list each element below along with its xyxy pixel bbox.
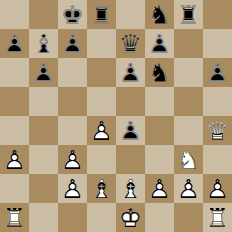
square-b2[interactable] [29, 174, 58, 203]
white-rook[interactable]: ♜♖ [203, 203, 232, 232]
white-pawn[interactable]: ♟♙ [87, 116, 116, 145]
square-d6[interactable] [87, 58, 116, 87]
square-b5[interactable] [29, 87, 58, 116]
square-g7[interactable] [174, 29, 203, 58]
bishop-outline-glyph: ♗ [29, 29, 58, 58]
pawn-outline-glyph: ♙ [145, 29, 174, 58]
white-knight[interactable]: ♞♘ [174, 145, 203, 174]
square-d1[interactable] [87, 203, 116, 232]
pawn-outline-glyph: ♙ [0, 145, 29, 174]
black-pawn[interactable]: ♟♙ [116, 116, 145, 145]
white-queen[interactable]: ♛♕ [203, 116, 232, 145]
white-pawn[interactable]: ♟♙ [58, 174, 87, 203]
square-b7[interactable]: ♝♗ [29, 29, 58, 58]
pawn-outline-glyph: ♙ [174, 174, 203, 203]
square-a2[interactable] [0, 174, 29, 203]
square-e3[interactable] [116, 145, 145, 174]
king-outline-glyph: ♔ [116, 203, 145, 232]
square-a3[interactable]: ♟♙ [0, 145, 29, 174]
black-bishop[interactable]: ♝♗ [29, 29, 58, 58]
square-a7[interactable]: ♟♙ [0, 29, 29, 58]
square-e7[interactable]: ♛♕ [116, 29, 145, 58]
knight-outline-glyph: ♘ [145, 0, 174, 29]
black-rook[interactable]: ♜♖ [174, 0, 203, 29]
square-h7[interactable] [203, 29, 232, 58]
square-e4[interactable]: ♟♙ [116, 116, 145, 145]
rook-outline-glyph: ♖ [203, 203, 232, 232]
queen-outline-glyph: ♕ [116, 29, 145, 58]
square-d3[interactable] [87, 145, 116, 174]
square-c3[interactable]: ♟♙ [58, 145, 87, 174]
square-e2[interactable]: ♝♗ [116, 174, 145, 203]
square-d4[interactable]: ♟♙ [87, 116, 116, 145]
square-b3[interactable] [29, 145, 58, 174]
bishop-outline-glyph: ♗ [87, 174, 116, 203]
white-pawn[interactable]: ♟♙ [145, 174, 174, 203]
square-d8[interactable]: ♜♖ [87, 0, 116, 29]
square-c1[interactable] [58, 203, 87, 232]
square-c8[interactable]: ♚♔ [58, 0, 87, 29]
pawn-outline-glyph: ♙ [116, 116, 145, 145]
square-f2[interactable]: ♟♙ [145, 174, 174, 203]
square-g5[interactable] [174, 87, 203, 116]
black-king[interactable]: ♚♔ [58, 0, 87, 29]
white-bishop[interactable]: ♝♗ [87, 174, 116, 203]
square-g6[interactable] [174, 58, 203, 87]
square-e6[interactable]: ♟♙ [116, 58, 145, 87]
pawn-outline-glyph: ♙ [58, 174, 87, 203]
pawn-outline-glyph: ♙ [58, 29, 87, 58]
square-f4[interactable] [145, 116, 174, 145]
rook-outline-glyph: ♖ [174, 0, 203, 29]
square-c7[interactable]: ♟♙ [58, 29, 87, 58]
pawn-outline-glyph: ♙ [0, 29, 29, 58]
square-d2[interactable]: ♝♗ [87, 174, 116, 203]
square-e1[interactable]: ♚♔ [116, 203, 145, 232]
square-c6[interactable] [58, 58, 87, 87]
pawn-outline-glyph: ♙ [203, 174, 232, 203]
black-knight[interactable]: ♞♘ [145, 58, 174, 87]
square-f3[interactable] [145, 145, 174, 174]
black-pawn[interactable]: ♟♙ [203, 58, 232, 87]
square-g1[interactable] [174, 203, 203, 232]
square-c4[interactable] [58, 116, 87, 145]
white-king[interactable]: ♚♔ [116, 203, 145, 232]
square-b1[interactable] [29, 203, 58, 232]
square-b8[interactable] [29, 0, 58, 29]
pawn-outline-glyph: ♙ [58, 145, 87, 174]
black-pawn[interactable]: ♟♙ [0, 29, 29, 58]
square-h6[interactable]: ♟♙ [203, 58, 232, 87]
square-g4[interactable] [174, 116, 203, 145]
square-g8[interactable]: ♜♖ [174, 0, 203, 29]
black-pawn[interactable]: ♟♙ [29, 58, 58, 87]
black-pawn[interactable]: ♟♙ [145, 29, 174, 58]
black-pawn[interactable]: ♟♙ [58, 29, 87, 58]
queen-outline-glyph: ♕ [203, 116, 232, 145]
white-bishop[interactable]: ♝♗ [116, 174, 145, 203]
square-h1[interactable]: ♜♖ [203, 203, 232, 232]
king-outline-glyph: ♔ [58, 0, 87, 29]
square-h3[interactable] [203, 145, 232, 174]
black-knight[interactable]: ♞♘ [145, 0, 174, 29]
square-d7[interactable] [87, 29, 116, 58]
square-b4[interactable] [29, 116, 58, 145]
rook-outline-glyph: ♖ [0, 203, 29, 232]
pawn-outline-glyph: ♙ [203, 58, 232, 87]
black-queen[interactable]: ♛♕ [116, 29, 145, 58]
square-f5[interactable] [145, 87, 174, 116]
black-pawn[interactable]: ♟♙ [116, 58, 145, 87]
square-h2[interactable]: ♟♙ [203, 174, 232, 203]
white-pawn[interactable]: ♟♙ [58, 145, 87, 174]
square-f1[interactable] [145, 203, 174, 232]
rook-outline-glyph: ♖ [87, 0, 116, 29]
square-h5[interactable] [203, 87, 232, 116]
white-pawn[interactable]: ♟♙ [174, 174, 203, 203]
square-e5[interactable] [116, 87, 145, 116]
white-pawn[interactable]: ♟♙ [0, 145, 29, 174]
white-rook[interactable]: ♜♖ [0, 203, 29, 232]
square-f6[interactable]: ♞♘ [145, 58, 174, 87]
square-h8[interactable] [203, 0, 232, 29]
knight-outline-glyph: ♘ [145, 58, 174, 87]
square-a5[interactable] [0, 87, 29, 116]
pawn-outline-glyph: ♙ [145, 174, 174, 203]
square-h4[interactable]: ♛♕ [203, 116, 232, 145]
chess-board: ♚♔♜♖♞♘♜♖♟♙♝♗♟♙♛♕♟♙♟♙♟♙♞♘♟♙♟♙♟♙♛♕♟♙♟♙♞♘♟♙… [0, 0, 232, 232]
square-c2[interactable]: ♟♙ [58, 174, 87, 203]
square-a8[interactable] [0, 0, 29, 29]
square-f8[interactable]: ♞♘ [145, 0, 174, 29]
bishop-outline-glyph: ♗ [116, 174, 145, 203]
square-g2[interactable]: ♟♙ [174, 174, 203, 203]
square-c5[interactable] [58, 87, 87, 116]
square-f7[interactable]: ♟♙ [145, 29, 174, 58]
pawn-outline-glyph: ♙ [87, 116, 116, 145]
square-b6[interactable]: ♟♙ [29, 58, 58, 87]
square-d5[interactable] [87, 87, 116, 116]
pawn-outline-glyph: ♙ [116, 58, 145, 87]
pawn-outline-glyph: ♙ [29, 58, 58, 87]
square-e8[interactable] [116, 0, 145, 29]
black-rook[interactable]: ♜♖ [87, 0, 116, 29]
white-pawn[interactable]: ♟♙ [203, 174, 232, 203]
square-g3[interactable]: ♞♘ [174, 145, 203, 174]
square-a6[interactable] [0, 58, 29, 87]
square-a1[interactable]: ♜♖ [0, 203, 29, 232]
knight-outline-glyph: ♘ [174, 145, 203, 174]
square-a4[interactable] [0, 116, 29, 145]
